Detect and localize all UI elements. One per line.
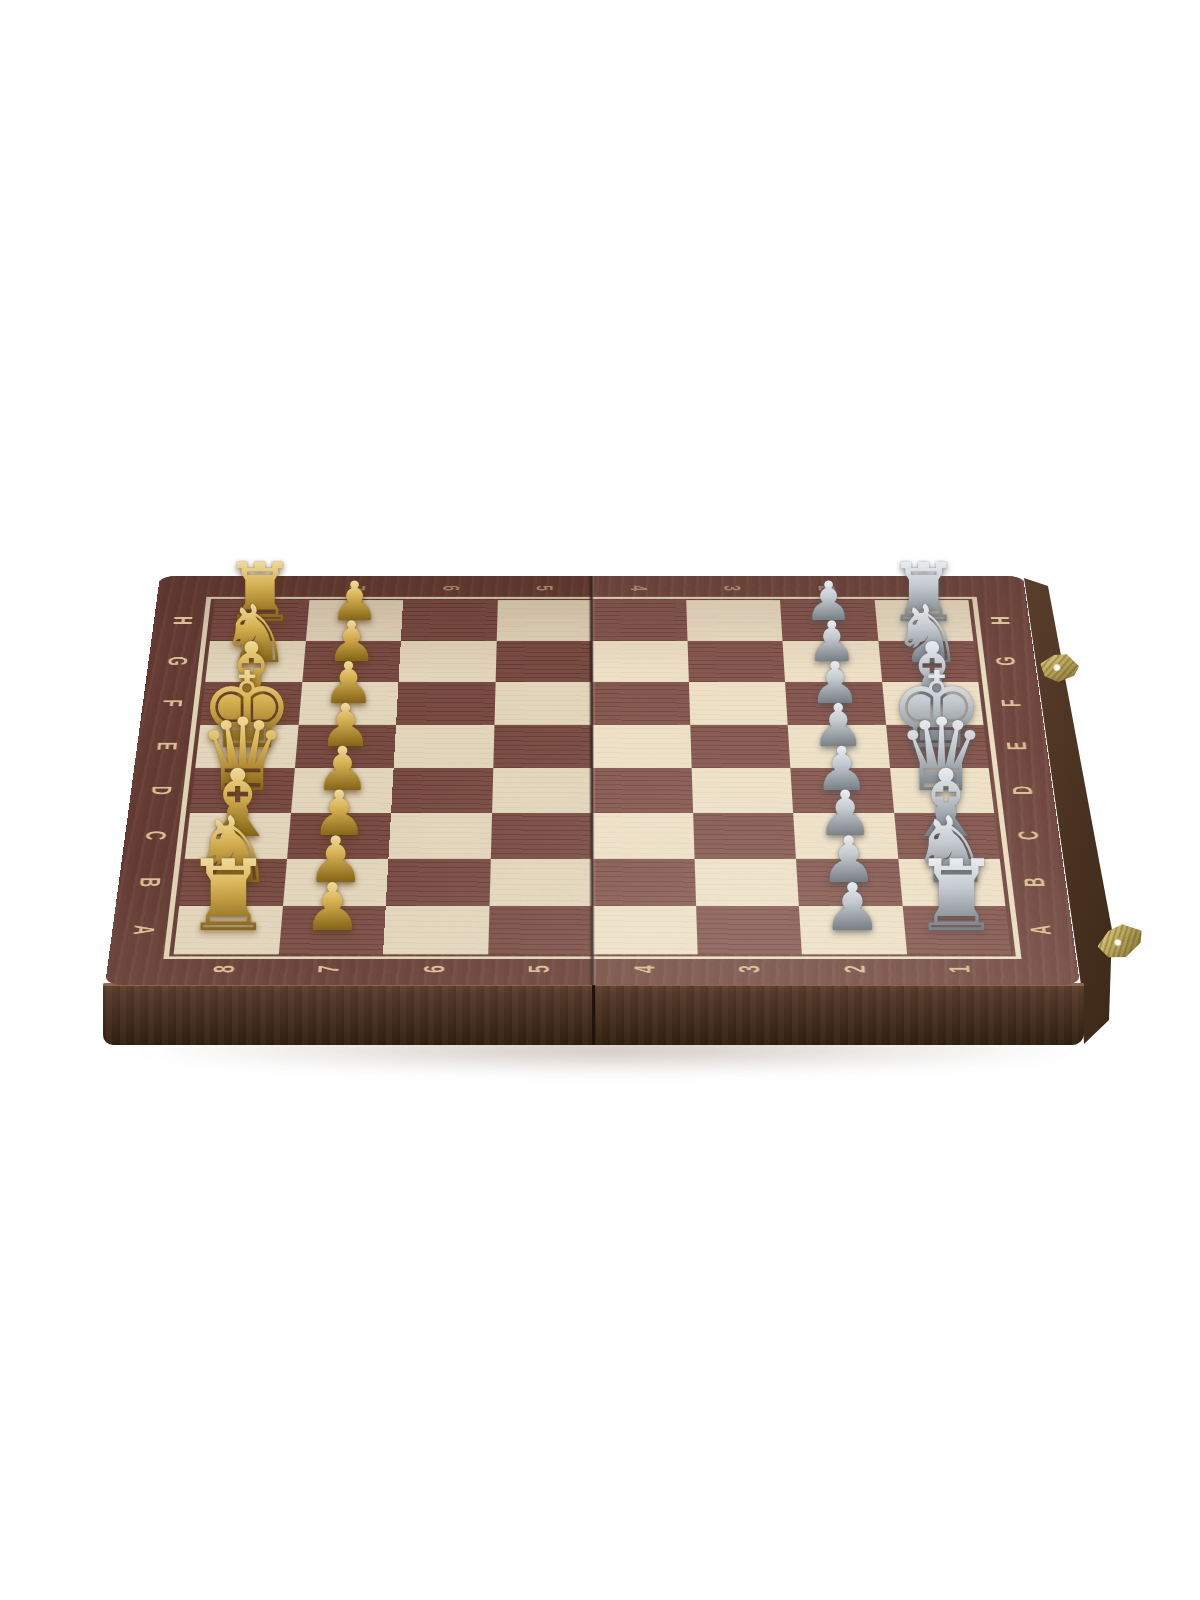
rank-label-back-4: 4: [625, 585, 652, 590]
square-c6[interactable]: [388, 813, 491, 859]
rank-label-front-3: 3: [733, 965, 767, 973]
square-f5[interactable]: [494, 682, 592, 724]
square-e4[interactable]: [592, 724, 691, 768]
square-a4[interactable]: [592, 906, 697, 955]
square-e6[interactable]: [394, 724, 494, 768]
square-e5[interactable]: [493, 724, 592, 768]
file-label-left-D: D: [144, 786, 177, 795]
square-a6[interactable]: [383, 906, 489, 955]
rank-label-front-8: 8: [207, 965, 241, 973]
square-h4[interactable]: [592, 600, 688, 640]
square-f4[interactable]: [592, 682, 690, 724]
square-b3[interactable]: [694, 859, 799, 906]
square-e3[interactable]: [690, 724, 791, 768]
square-f3[interactable]: [688, 682, 787, 724]
file-label-right-C: C: [1012, 831, 1045, 840]
file-label-right-A: A: [1024, 925, 1058, 935]
square-b5[interactable]: [489, 859, 592, 906]
square-a3[interactable]: [696, 906, 802, 955]
square-b6[interactable]: [386, 859, 491, 906]
square-a5[interactable]: [488, 906, 593, 955]
rank-label-back-3: 3: [719, 585, 746, 590]
file-label-right-H: H: [985, 616, 1016, 624]
piece-gold-pawn-a7[interactable]: ♟: [295, 875, 370, 941]
square-h3[interactable]: [686, 600, 783, 640]
square-g5[interactable]: [495, 641, 592, 682]
square-h5[interactable]: [496, 600, 591, 640]
square-g3[interactable]: [687, 641, 785, 682]
square-d5[interactable]: [492, 768, 593, 813]
rank-label-front-5: 5: [523, 965, 557, 973]
piece-silver-pawn-a2[interactable]: ♟: [815, 875, 890, 941]
square-f6[interactable]: [396, 682, 495, 724]
square-b4[interactable]: [592, 859, 695, 906]
square-c3[interactable]: [693, 813, 796, 859]
rank-label-front-2: 2: [838, 965, 872, 973]
file-label-left-A: A: [126, 925, 160, 935]
rank-label-front-1: 1: [943, 965, 977, 973]
file-label-left-C: C: [139, 831, 172, 840]
rank-label-back-6: 6: [437, 585, 464, 590]
square-h6[interactable]: [401, 600, 498, 640]
file-label-right-E: E: [1001, 742, 1033, 750]
square-g6[interactable]: [398, 641, 496, 682]
file-label-left-B: B: [132, 877, 166, 886]
rank-label-front-6: 6: [418, 965, 452, 973]
file-label-right-F: F: [996, 700, 1028, 707]
photo-stage: 8765432187654321AABBCCDDEEFFGGHH ♜♟♟♜♞♟♟…: [0, 0, 1200, 1600]
square-c5[interactable]: [490, 813, 592, 859]
file-label-left-F: F: [156, 700, 188, 707]
file-label-right-B: B: [1018, 877, 1052, 886]
board-side-face-front: [103, 983, 1084, 1045]
file-label-right-D: D: [1007, 786, 1040, 795]
rank-label-front-7: 7: [313, 965, 347, 973]
rank-label-back-5: 5: [531, 585, 558, 590]
piece-gold-rook-a8[interactable]: ♜: [172, 847, 285, 945]
file-label-left-H: H: [167, 616, 198, 624]
square-g4[interactable]: [592, 641, 689, 682]
rank-label-front-4: 4: [628, 965, 662, 973]
square-d3[interactable]: [691, 768, 793, 813]
file-label-left-E: E: [150, 742, 182, 750]
square-c4[interactable]: [592, 813, 694, 859]
square-d4[interactable]: [592, 768, 693, 813]
square-d6[interactable]: [391, 768, 493, 813]
piece-silver-rook-a1[interactable]: ♜: [900, 847, 1013, 945]
